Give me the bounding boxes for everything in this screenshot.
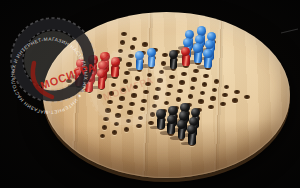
hole-r12c9[interactable] — [105, 108, 111, 112]
hole-r4c6[interactable] — [200, 91, 206, 95]
hole-r0c0[interactable] — [244, 95, 250, 99]
hole-r12c11[interactable] — [102, 125, 108, 129]
peg-blue-r4c3[interactable] — [201, 49, 215, 71]
hole-r9c3[interactable] — [147, 73, 153, 77]
peg-ball-top — [147, 48, 156, 57]
hole-r12c8[interactable] — [107, 100, 113, 104]
hole-r12c7[interactable] — [109, 91, 115, 95]
hole-r2c2[interactable] — [220, 102, 226, 106]
hole-r10c10[interactable] — [124, 127, 130, 131]
hole-r9c8[interactable] — [138, 116, 144, 120]
hole-r6c3[interactable] — [181, 72, 187, 76]
peg-red-r13c2[interactable] — [94, 69, 108, 91]
peg-black-r7c2[interactable] — [167, 50, 181, 72]
hole-r1c1[interactable] — [232, 98, 238, 102]
peg-ball-top — [111, 57, 120, 66]
hole-r8c3[interactable] — [157, 78, 163, 82]
hole-r10c8[interactable] — [127, 110, 133, 114]
hole-r11c1[interactable] — [130, 45, 136, 49]
hole-r10c4[interactable] — [135, 76, 141, 80]
peg-ball-top — [203, 49, 212, 58]
hole-r9c6[interactable] — [141, 99, 147, 103]
hole-r8c6[interactable] — [152, 104, 158, 108]
hole-r7c3[interactable] — [169, 75, 175, 79]
hole-r11c6[interactable] — [121, 88, 127, 92]
peg-body — [98, 76, 106, 88]
hole-r12c6[interactable] — [111, 83, 117, 87]
hole-r4c4[interactable] — [203, 74, 209, 78]
hole-r11c0[interactable] — [132, 37, 138, 41]
hole-r9c5[interactable] — [143, 90, 149, 94]
hole-r5c3[interactable] — [193, 69, 199, 73]
hole-r8c4[interactable] — [155, 87, 161, 91]
hole-r11c11[interactable] — [112, 130, 118, 134]
hole-r5c6[interactable] — [188, 94, 194, 98]
hole-r12c2[interactable] — [118, 49, 124, 53]
peg-ball-top — [169, 50, 178, 59]
hole-r6c5[interactable] — [177, 89, 183, 93]
chinese-checkers-photo: МОСИГРА ИНТЕРНЕТ-МАГАЗИН НАСТОЛЬНЫХ ИГР … — [0, 0, 300, 188]
hole-r4c7[interactable] — [198, 99, 204, 103]
hole-r10c5[interactable] — [133, 85, 139, 89]
hole-r8c1[interactable] — [161, 61, 167, 65]
peg-black-r4c12[interactable] — [185, 125, 199, 147]
hole-r4c5[interactable] — [202, 82, 208, 86]
hole-r3c2[interactable] — [210, 96, 216, 100]
hole-r16c0[interactable] — [66, 79, 72, 83]
peg-red-r12c5[interactable] — [108, 57, 122, 79]
board-holes-layer — [0, 0, 300, 188]
hole-r8c5[interactable] — [153, 95, 159, 99]
hole-r11c10[interactable] — [114, 122, 120, 126]
hole-r11c9[interactable] — [115, 113, 121, 117]
hole-r8c8[interactable] — [148, 121, 154, 125]
hole-r1c0[interactable] — [234, 90, 240, 94]
hole-r13c3[interactable] — [97, 94, 103, 98]
hole-r10c0[interactable] — [142, 42, 148, 46]
peg-red-r6c2[interactable] — [179, 47, 193, 69]
hole-r9c4[interactable] — [145, 82, 151, 86]
peg-red-r14c2[interactable] — [82, 72, 96, 94]
hole-r8c2[interactable] — [159, 70, 165, 74]
peg-body — [188, 132, 196, 144]
hole-r11c5[interactable] — [123, 79, 129, 83]
hole-r9c9[interactable] — [136, 124, 142, 128]
hole-r7c4[interactable] — [167, 84, 173, 88]
peg-ball-top — [85, 72, 94, 81]
peg-blue-r10c3[interactable] — [132, 51, 146, 73]
hole-r11c7[interactable] — [119, 96, 125, 100]
hole-r12c0[interactable] — [121, 32, 127, 36]
hole-r2c1[interactable] — [222, 93, 228, 97]
hole-r6c6[interactable] — [176, 97, 182, 101]
hole-r10c9[interactable] — [126, 119, 132, 123]
hole-r7c6[interactable] — [164, 101, 170, 105]
hole-r3c1[interactable] — [212, 88, 218, 92]
peg-body — [136, 58, 144, 70]
peg-ball-top — [135, 51, 144, 60]
hole-r2c0[interactable] — [224, 85, 230, 89]
hole-r12c1[interactable] — [120, 40, 126, 44]
hole-r12c10[interactable] — [103, 117, 109, 121]
hole-r3c3[interactable] — [208, 105, 214, 109]
hole-r12c12[interactable] — [100, 134, 106, 138]
hole-r10c6[interactable] — [131, 93, 137, 97]
hole-r10c7[interactable] — [129, 102, 135, 106]
hole-r3c0[interactable] — [214, 79, 220, 83]
hole-r11c4[interactable] — [124, 71, 130, 75]
hole-r11c3[interactable] — [126, 62, 132, 66]
peg-blue-r9c2[interactable] — [144, 48, 158, 70]
hole-r5c5[interactable] — [190, 86, 196, 90]
hole-r7c5[interactable] — [165, 92, 171, 96]
hole-r6c4[interactable] — [179, 80, 185, 84]
hole-r9c7[interactable] — [140, 107, 146, 111]
hole-r11c8[interactable] — [117, 105, 123, 109]
hole-r5c4[interactable] — [191, 77, 197, 81]
